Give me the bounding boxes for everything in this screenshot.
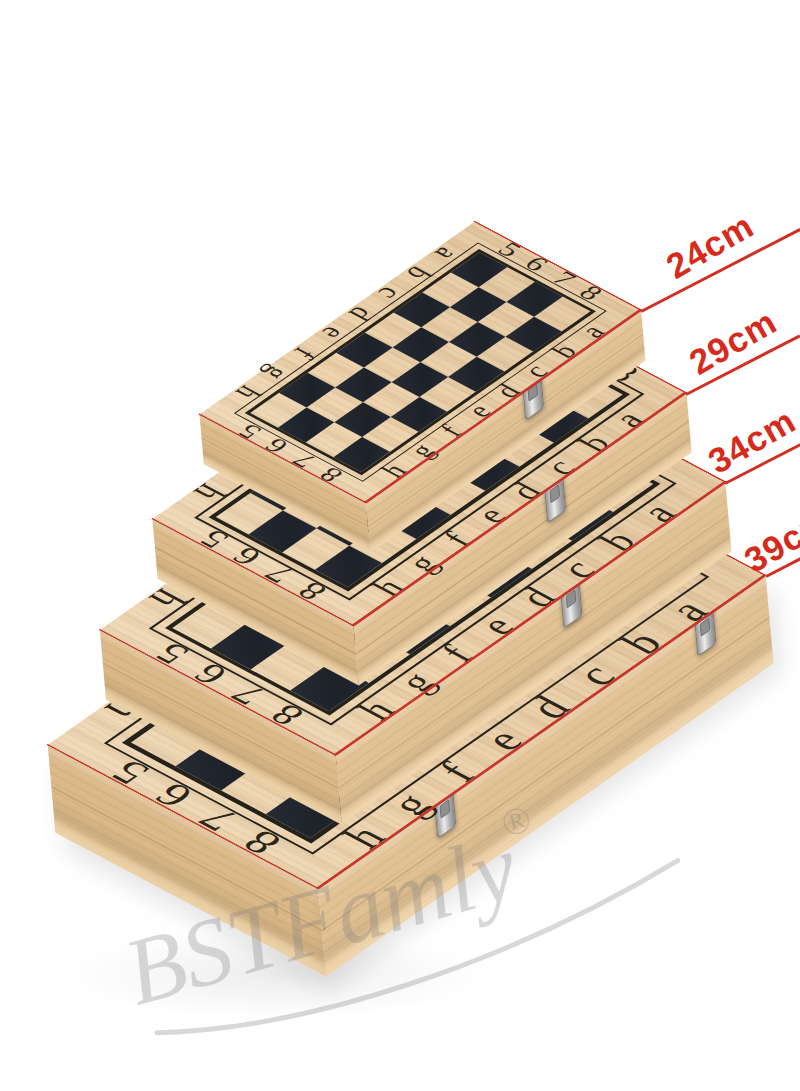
rank-number-left-7: 7	[190, 802, 245, 837]
file-letter-near-g: g	[405, 441, 441, 462]
file-letter-near-f: f	[435, 422, 468, 441]
rank-number-right-5: 5	[492, 239, 526, 261]
file-letter-near-b: b	[572, 430, 617, 456]
file-letter-near-a: a	[576, 321, 611, 341]
rank-number-left-7: 7	[224, 679, 273, 710]
file-letter-near-e: e	[462, 401, 497, 421]
rank-number-left-6: 6	[225, 543, 267, 570]
file-letter-near-d: d	[511, 582, 563, 612]
rank-number-left-5: 5	[102, 755, 157, 790]
file-letter-near-c: c	[538, 455, 581, 480]
file-letter-far-e: e	[315, 323, 350, 343]
rank-number-left-5: 5	[233, 420, 267, 442]
rank-number-left-6: 6	[146, 778, 201, 813]
rank-number-left-8: 8	[291, 578, 333, 605]
file-letter-near-b: b	[592, 526, 644, 556]
file-letter-far-c: c	[372, 283, 407, 303]
file-letter-far-d: d	[343, 302, 379, 323]
file-letter-far-a: a	[429, 243, 464, 263]
file-letter-near-h: h	[366, 574, 411, 600]
file-letter-near-f: f	[437, 528, 477, 551]
chess-box-stack: hhggffeeddccbbaa55667788hhggffeeddccbbaa…	[0, 0, 800, 1091]
file-letter-far-b: b	[400, 263, 436, 284]
file-letter-near-b: b	[547, 341, 583, 362]
file-letter-near-e: e	[475, 723, 532, 756]
file-letter-near-g: g	[400, 550, 445, 576]
rank-number-left-5: 5	[192, 526, 234, 553]
rank-number-left-7: 7	[258, 561, 300, 588]
rank-number-left-8: 8	[314, 464, 348, 486]
file-letter-near-a: a	[660, 594, 717, 627]
file-letter-near-g: g	[381, 787, 440, 821]
rank-number-left-6: 6	[260, 435, 294, 457]
file-letter-near-d: d	[520, 690, 579, 724]
rank-number-left-8: 8	[234, 825, 289, 860]
rank-number-left-6: 6	[185, 659, 234, 690]
file-letter-near-e: e	[469, 503, 512, 528]
file-letter-near-e: e	[472, 611, 522, 640]
file-letter-near-c: c	[567, 659, 624, 692]
rank-number-right-6: 6	[519, 253, 553, 275]
product-photo-scene: hhggffeeddccbbaa55667788hhggffeeddccbbaa…	[0, 0, 800, 1091]
file-letter-near-g: g	[391, 667, 443, 697]
file-letter-near-c: c	[519, 361, 554, 381]
rank-number-right-8: 8	[574, 282, 608, 304]
file-letter-near-b: b	[612, 626, 671, 660]
file-letter-near-h: h	[376, 460, 412, 481]
file-letter-near-a: a	[633, 498, 683, 527]
file-letter-far-h: h	[229, 382, 265, 403]
rank-number-right-7: 7	[547, 268, 581, 290]
file-letter-far-h: h	[188, 480, 233, 506]
rank-number-left-7: 7	[287, 449, 321, 471]
file-letter-near-a: a	[607, 406, 650, 431]
file-letter-far-f: f	[288, 343, 321, 362]
rank-number-left-5: 5	[147, 638, 196, 669]
file-letter-near-f: f	[430, 757, 483, 787]
file-letter-near-d: d	[490, 381, 526, 402]
file-letter-near-h: h	[350, 695, 402, 725]
file-letter-near-d: d	[503, 478, 548, 504]
rank-number-left-8: 8	[262, 700, 311, 731]
file-letter-near-c: c	[552, 555, 602, 584]
file-letter-near-f: f	[433, 640, 480, 667]
file-letter-far-g: g	[257, 362, 293, 383]
file-letter-near-h: h	[335, 820, 394, 854]
